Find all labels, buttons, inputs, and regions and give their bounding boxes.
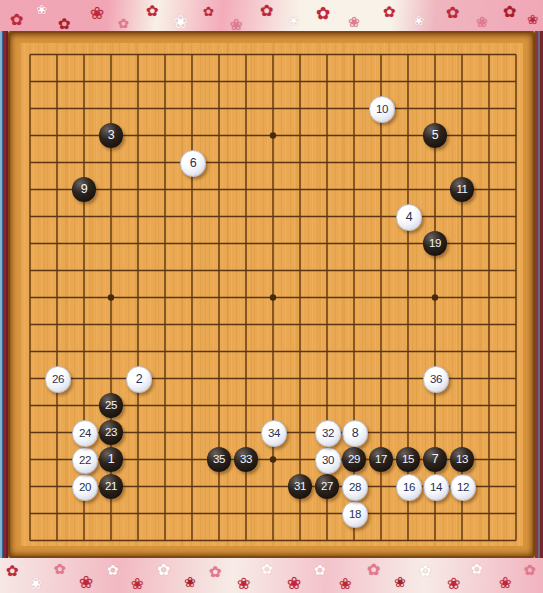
stone-number: 31 <box>294 480 306 492</box>
stone-black-5: 5 <box>423 123 448 148</box>
star-point <box>270 456 276 462</box>
stone-black-17: 17 <box>369 447 394 472</box>
stone-white-22: 22 <box>72 447 99 474</box>
stone-number: 27 <box>321 480 333 492</box>
stone-number: 10 <box>376 103 388 115</box>
stone-number: 5 <box>432 128 439 142</box>
stone-number: 7 <box>432 452 439 466</box>
stone-number: 34 <box>268 427 280 439</box>
stone-number: 1 <box>108 452 115 466</box>
stone-number: 16 <box>403 481 415 493</box>
stone-white-16: 16 <box>396 474 423 501</box>
stone-number: 11 <box>456 183 467 195</box>
stone-white-30: 30 <box>315 447 342 474</box>
stone-number: 36 <box>430 373 442 385</box>
stone-black-35: 35 <box>207 447 232 472</box>
stone-black-7: 7 <box>423 447 448 472</box>
stone-white-24: 24 <box>72 420 99 447</box>
stone-black-33: 33 <box>234 447 259 472</box>
stone-number: 29 <box>348 453 360 465</box>
stone-number: 22 <box>79 454 91 466</box>
stone-black-11: 11 <box>450 177 475 202</box>
stone-white-28: 28 <box>342 474 369 501</box>
stone-number: 30 <box>322 454 334 466</box>
stone-number: 6 <box>190 156 197 170</box>
stone-white-6: 6 <box>180 150 207 177</box>
stone-number: 15 <box>402 453 414 465</box>
stone-number: 18 <box>349 508 361 520</box>
stone-white-36: 36 <box>423 366 450 393</box>
stone-black-21: 21 <box>99 474 124 499</box>
stone-black-1: 1 <box>99 447 124 472</box>
stone-number: 33 <box>240 453 252 465</box>
stone-number: 21 <box>105 480 117 492</box>
star-point <box>108 294 114 300</box>
stone-number: 9 <box>81 182 88 196</box>
go-board-screen: 1234567891011121314151617181920212223242… <box>0 0 543 593</box>
stone-white-2: 2 <box>126 366 153 393</box>
stone-number: 25 <box>105 399 117 411</box>
stone-white-10: 10 <box>369 96 396 123</box>
stone-black-25: 25 <box>99 393 124 418</box>
stone-black-15: 15 <box>396 447 421 472</box>
stone-white-12: 12 <box>450 474 477 501</box>
stone-number: 24 <box>79 427 91 439</box>
stone-number: 4 <box>406 210 413 224</box>
stone-number: 14 <box>430 481 442 493</box>
stone-black-3: 3 <box>99 123 124 148</box>
stone-white-4: 4 <box>396 204 423 231</box>
stone-number: 8 <box>352 426 359 440</box>
stone-number: 19 <box>429 237 441 249</box>
stone-black-29: 29 <box>342 447 367 472</box>
stone-black-19: 19 <box>423 231 448 256</box>
stone-black-9: 9 <box>72 177 97 202</box>
stone-number: 2 <box>136 372 143 386</box>
stone-number: 23 <box>105 426 117 438</box>
stone-number: 35 <box>213 453 225 465</box>
stone-white-32: 32 <box>315 420 342 447</box>
stone-number: 28 <box>349 481 361 493</box>
stone-number: 26 <box>52 373 64 385</box>
star-point <box>270 294 276 300</box>
stone-white-34: 34 <box>261 420 288 447</box>
stone-number: 20 <box>79 481 91 493</box>
stone-black-27: 27 <box>315 474 340 499</box>
stone-number: 12 <box>457 481 469 493</box>
stone-black-13: 13 <box>450 447 475 472</box>
stone-number: 17 <box>375 453 387 465</box>
stone-white-18: 18 <box>342 501 369 528</box>
star-point <box>270 132 276 138</box>
star-point <box>432 294 438 300</box>
stone-number: 3 <box>108 128 115 142</box>
stone-black-31: 31 <box>288 474 313 499</box>
stone-white-8: 8 <box>342 420 369 447</box>
stone-number: 32 <box>322 427 334 439</box>
stone-white-14: 14 <box>423 474 450 501</box>
stone-white-20: 20 <box>72 474 99 501</box>
board-grid[interactable] <box>0 0 543 593</box>
stone-number: 13 <box>456 453 468 465</box>
stone-white-26: 26 <box>45 366 72 393</box>
stone-black-23: 23 <box>99 420 124 445</box>
